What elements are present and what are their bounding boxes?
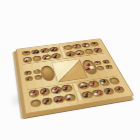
- seed-bead: [85, 44, 89, 46]
- pit: [102, 59, 111, 64]
- pit: [108, 77, 121, 85]
- seed-bead: [63, 88, 67, 91]
- pit: [24, 70, 32, 75]
- seed-bead: [43, 101, 47, 104]
- pit: [41, 97, 53, 106]
- seed-bead: [76, 52, 80, 54]
- seed-bead: [35, 51, 39, 53]
- pit: [21, 50, 31, 56]
- seed-bead: [83, 94, 88, 97]
- seed-bead: [46, 56, 50, 58]
- pit: [105, 65, 114, 70]
- pit: [30, 99, 42, 108]
- pit: [31, 49, 41, 55]
- left-pit-cluster: [24, 69, 42, 82]
- seed-bead: [95, 63, 98, 65]
- seed-bead: [90, 84, 95, 87]
- pit: [64, 93, 77, 102]
- seed-bead: [24, 60, 28, 62]
- seed-bead: [100, 82, 105, 85]
- seed-bead: [89, 66, 95, 69]
- seed-bead: [106, 61, 109, 63]
- seed-bead: [104, 91, 109, 94]
- seed-bead: [41, 50, 45, 52]
- pit: [96, 66, 105, 71]
- board-face: [16, 38, 135, 114]
- seed-bead: [74, 46, 78, 48]
- seed-bead: [24, 51, 27, 53]
- seed-bead: [58, 98, 63, 101]
- pit: [61, 84, 73, 92]
- seed-bead: [97, 92, 102, 95]
- pit: [25, 76, 33, 82]
- seed-bead: [53, 56, 57, 58]
- seed-bead: [35, 70, 38, 72]
- seed-bead: [66, 97, 71, 100]
- pit: [49, 47, 59, 53]
- seed-bead: [106, 67, 109, 69]
- seed-bead: [25, 73, 28, 75]
- seed-bead: [98, 67, 101, 69]
- right-pit-cluster: [94, 59, 114, 71]
- product-photo: [0, 0, 140, 140]
- seed-bead: [33, 92, 37, 95]
- pit: [39, 88, 51, 97]
- seed-bead: [116, 87, 121, 90]
- pit: [89, 41, 100, 47]
- pit: [113, 86, 126, 94]
- seed-bead: [54, 90, 58, 93]
- seed-bead: [41, 91, 45, 94]
- pit: [28, 89, 40, 98]
- seed-bead: [26, 78, 29, 80]
- seed-bead: [92, 42, 96, 44]
- seed-bead: [94, 50, 98, 52]
- seed-bead: [53, 49, 57, 51]
- mancala-board: [16, 38, 135, 114]
